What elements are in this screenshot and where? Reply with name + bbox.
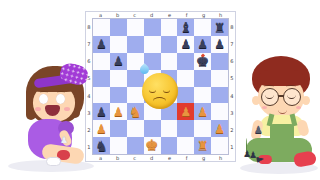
boy-held-piece: ♟ [254, 124, 263, 135]
square-g4[interactable] [194, 87, 211, 104]
square-d2[interactable] [144, 120, 161, 137]
square-a7[interactable]: ♟ [93, 36, 110, 53]
boy-glasses-lens [283, 88, 301, 106]
square-g5[interactable] [194, 70, 211, 87]
boy-face [258, 76, 304, 118]
coord-label-b: b [110, 155, 125, 160]
boy-ear [302, 96, 310, 105]
square-a4[interactable] [93, 87, 110, 104]
square-f8[interactable]: ♝ [177, 19, 194, 36]
square-f2[interactable] [177, 120, 194, 137]
square-a2[interactable]: ♟ [93, 120, 110, 137]
coord-label-4: 4 [86, 88, 91, 103]
square-c8[interactable] [127, 19, 144, 36]
coord-label-f: f [179, 12, 194, 17]
file-labels-bottom: abcdefgh [92, 155, 229, 161]
worried-emoji [142, 73, 178, 109]
black-pawn-b6[interactable]: ♟ [113, 55, 124, 67]
boy-smile [278, 109, 287, 114]
girl-blush [35, 107, 41, 111]
boy-overall-strap [267, 114, 275, 127]
boy-overall-bib [270, 124, 294, 142]
girl-headband [34, 73, 83, 89]
square-c3[interactable]: ♞ [127, 103, 144, 120]
coord-label-7: 7 [86, 36, 91, 51]
square-e7[interactable] [161, 36, 178, 53]
girl-face [33, 84, 75, 122]
white-pawn-h2[interactable]: ♟ [214, 123, 225, 135]
boy-ear [252, 96, 260, 105]
coord-label-6: 6 [229, 54, 234, 69]
coord-label-c: c [128, 155, 143, 160]
boy-blush [262, 106, 267, 109]
coord-label-g: g [196, 12, 211, 17]
coord-label-a: a [93, 12, 108, 17]
square-h1[interactable] [211, 137, 228, 154]
square-b5[interactable] [110, 70, 127, 87]
girl-hair-lock [26, 88, 36, 120]
white-knight-c3[interactable]: ♞ [129, 105, 142, 119]
black-rook-h8[interactable]: ♜ [214, 21, 226, 34]
square-c2[interactable] [127, 120, 144, 137]
square-f7[interactable]: ♟ [177, 36, 194, 53]
black-bishop-f8[interactable]: ♝ [180, 20, 193, 34]
coord-label-e: e [162, 155, 177, 160]
square-b7[interactable] [110, 36, 127, 53]
girl-arm [58, 129, 73, 147]
girl-white-shoe [46, 157, 61, 166]
square-h4[interactable] [211, 87, 228, 104]
square-g2[interactable] [194, 120, 211, 137]
square-f1[interactable] [177, 137, 194, 154]
coord-label-a: a [93, 155, 108, 160]
scene: abcdefgh abcdefgh 87654321 87654321 ♝♜♟♟… [0, 0, 320, 180]
rank-labels-right: 87654321 [229, 18, 235, 155]
square-b1[interactable] [110, 137, 127, 154]
coord-label-2: 2 [229, 122, 234, 137]
boy-hair [252, 56, 310, 100]
girl-legs [41, 143, 85, 165]
square-a1[interactable]: ♞ [93, 137, 110, 154]
square-d1[interactable]: ♚ [144, 137, 161, 154]
coord-label-8: 8 [229, 19, 234, 34]
girl-red-shoe [57, 150, 70, 160]
girl-eyebrow [40, 91, 48, 94]
coord-label-5: 5 [86, 71, 91, 86]
girl-dress [28, 119, 72, 159]
girl-eye [56, 94, 65, 104]
boy-closed-eye [287, 94, 296, 99]
square-a8[interactable] [93, 19, 110, 36]
black-pawn-f7[interactable]: ♟ [180, 38, 191, 50]
square-g8[interactable] [194, 19, 211, 36]
square-e6[interactable] [161, 53, 178, 70]
black-pawn-a7[interactable]: ♟ [96, 38, 107, 50]
girl-blush [64, 107, 70, 111]
square-c7[interactable] [127, 36, 144, 53]
black-pawn-a3[interactable]: ♟ [96, 106, 107, 118]
coord-label-7: 7 [229, 36, 234, 51]
captured-piece-lying: ♟ [254, 155, 264, 165]
black-knight-a1[interactable]: ♞ [95, 139, 108, 153]
boy-arm [296, 119, 310, 137]
square-h6[interactable] [211, 53, 228, 70]
boy-shoe [293, 150, 317, 168]
white-pawn-a2[interactable]: ♟ [96, 123, 107, 135]
captured-pieces: ♟♟♟ [243, 150, 269, 168]
girl-eye [39, 94, 48, 104]
white-king-d1[interactable]: ♚ [145, 138, 158, 153]
square-d7[interactable] [144, 36, 161, 53]
emoji-frown [153, 97, 166, 105]
square-f3[interactable]: ♟ [177, 103, 194, 120]
coord-label-d: d [145, 12, 160, 17]
coord-label-2: 2 [86, 122, 91, 137]
square-e8[interactable] [161, 19, 178, 36]
girl-hair-lock [70, 88, 80, 118]
boy-glasses-lens [261, 88, 279, 106]
square-f5[interactable] [177, 70, 194, 87]
white-rook-g1[interactable]: ♜ [197, 139, 209, 152]
emoji-left-eye [149, 87, 156, 93]
white-pawn-b3[interactable]: ♟ [113, 106, 124, 118]
coord-label-6: 6 [86, 54, 91, 69]
square-h2[interactable]: ♟ [211, 120, 228, 137]
girl-eyebrow [57, 91, 65, 94]
boy-glasses-bridge [278, 95, 284, 97]
girl-sleeve [58, 121, 74, 135]
black-pawn-h7[interactable]: ♟ [214, 38, 225, 50]
boy-eyebrow [286, 85, 296, 88]
square-h5[interactable] [211, 70, 228, 87]
girl-smile [45, 105, 60, 116]
white-pawn-g3[interactable]: ♟ [197, 106, 208, 118]
coord-label-5: 5 [229, 71, 234, 86]
square-a5[interactable] [93, 70, 110, 87]
square-b6[interactable]: ♟ [110, 53, 127, 70]
square-e2[interactable] [161, 120, 178, 137]
square-b2[interactable] [110, 120, 127, 137]
coord-label-1: 1 [86, 139, 91, 154]
square-c1[interactable] [127, 137, 144, 154]
black-pawn-g7[interactable]: ♟ [197, 38, 208, 50]
coord-label-3: 3 [229, 105, 234, 120]
square-b4[interactable] [110, 87, 127, 104]
boy-shirt [260, 115, 304, 136]
boy-closed-eye [265, 94, 274, 99]
square-g1[interactable]: ♜ [194, 137, 211, 154]
square-h8[interactable]: ♜ [211, 19, 228, 36]
girl-shadow [8, 160, 94, 172]
coord-label-f: f [179, 155, 194, 160]
square-b3[interactable]: ♟ [110, 103, 127, 120]
coord-label-g: g [196, 155, 211, 160]
girl-hair [26, 66, 84, 124]
coord-label-e: e [162, 12, 177, 17]
white-pawn-f3[interactable]: ♟ [180, 106, 191, 118]
coord-label-h: h [213, 12, 228, 17]
boy-arm [250, 119, 263, 140]
boy-eyebrow [264, 85, 274, 88]
coord-label-4: 4 [229, 88, 234, 103]
square-a3[interactable]: ♟ [93, 103, 110, 120]
square-h7[interactable]: ♟ [211, 36, 228, 53]
boy-fringe [257, 70, 305, 86]
square-d8[interactable] [144, 19, 161, 36]
emoji-right-eye [163, 87, 170, 93]
coord-label-d: d [145, 155, 160, 160]
coord-label-3: 3 [86, 105, 91, 120]
square-b8[interactable] [110, 19, 127, 36]
girl-held-piece: ♟ [60, 135, 68, 145]
square-g7[interactable]: ♟ [194, 36, 211, 53]
square-f4[interactable] [177, 87, 194, 104]
boy-blush [296, 106, 301, 109]
square-f6[interactable] [177, 53, 194, 70]
black-king-g6[interactable]: ♚ [196, 54, 209, 69]
coord-label-1: 1 [229, 139, 234, 154]
boy-overall-strap [290, 114, 298, 127]
coord-label-b: b [110, 12, 125, 17]
square-a6[interactable] [93, 53, 110, 70]
square-h3[interactable] [211, 103, 228, 120]
coord-label-c: c [128, 12, 143, 17]
square-g6[interactable]: ♚ [194, 53, 211, 70]
coord-label-8: 8 [86, 19, 91, 34]
coord-label-h: h [213, 155, 228, 160]
square-e1[interactable] [161, 137, 178, 154]
girl-fringe [31, 77, 77, 92]
square-g3[interactable]: ♟ [194, 103, 211, 120]
